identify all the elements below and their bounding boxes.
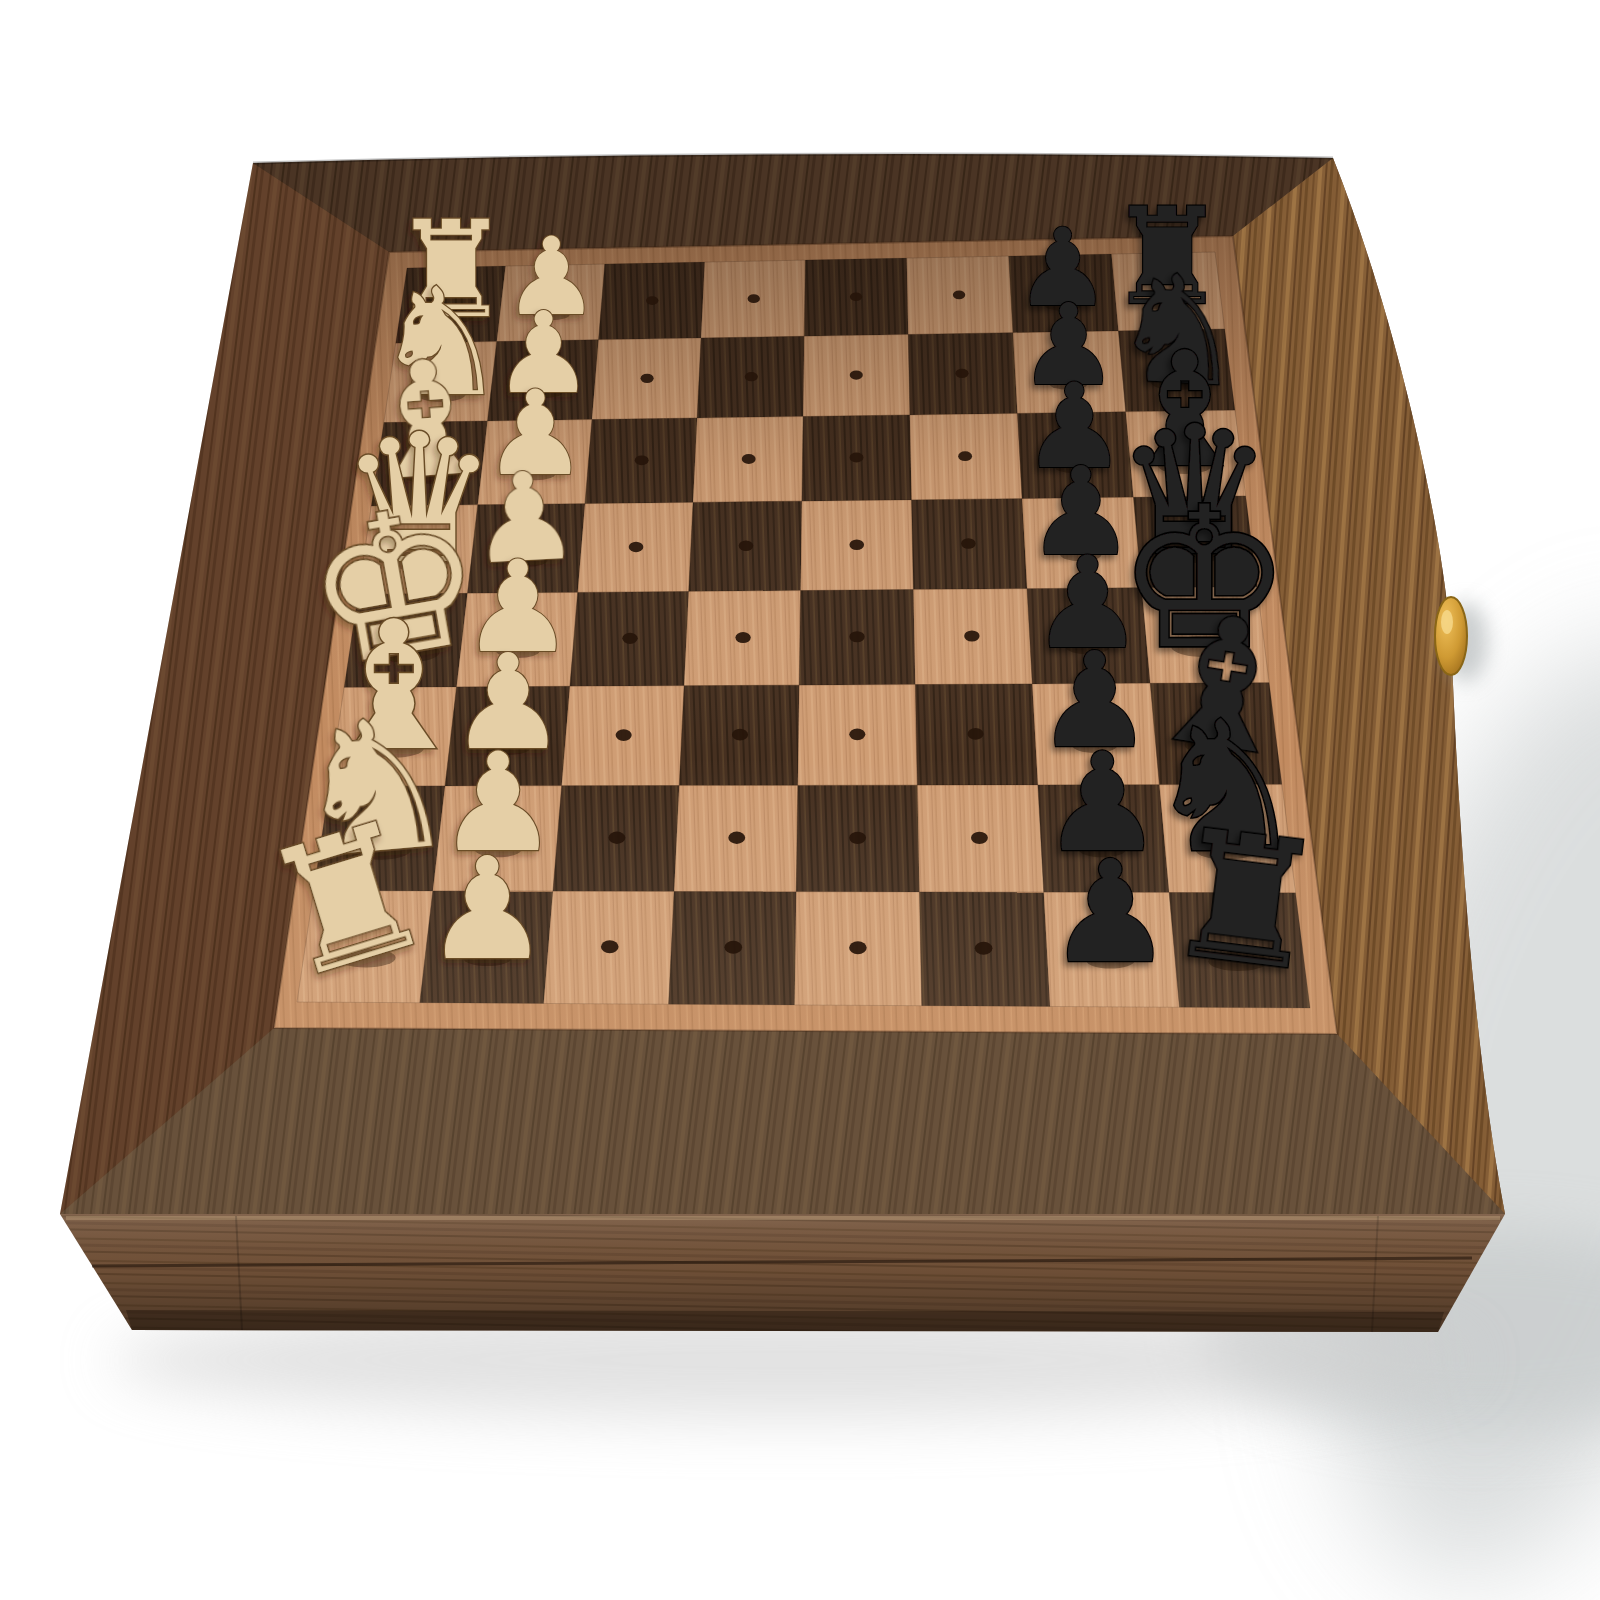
chess-piece-black-r-h8[interactable]: ♜	[1155, 790, 1336, 1012]
product-photo-stage: ♜♟♟♜♞♟♟♞♝♟♟♝♛♟♟♛♚♟♟♚♝♟♟♝♞♟♟♞♜♟♟♜	[0, 0, 1600, 1600]
peg-hole-d5	[849, 539, 864, 550]
peg-hole-c6	[958, 451, 972, 461]
travel-chess-box-scene: ♜♟♟♜♞♟♟♞♝♟♟♝♛♟♟♛♚♟♟♚♝♟♟♝♞♟♟♞♜♟♟♜	[0, 0, 1600, 1600]
peg-hole-c4	[742, 454, 756, 464]
peg-hole-h5	[849, 941, 867, 954]
chess-piece-white-p-h2[interactable]: ♟	[424, 827, 551, 991]
peg-hole-g3	[608, 832, 625, 844]
peg-hole-c3	[635, 455, 649, 465]
peg-hole-d3	[629, 542, 644, 553]
peg-hole-a5	[850, 292, 862, 301]
piece-glyph: ♜	[1155, 790, 1336, 1012]
peg-hole-g5	[849, 832, 866, 844]
frame-front-band	[60, 1028, 1505, 1214]
piece-glyph: ♟	[424, 827, 551, 991]
box-front-face	[60, 1214, 1505, 1332]
chess-piece-black-p-h7[interactable]: ♟	[1047, 830, 1174, 994]
peg-hole-b6	[955, 369, 968, 378]
peg-hole-e6	[964, 630, 979, 641]
peg-hole-f3	[616, 729, 632, 741]
peg-hole-h3	[601, 940, 619, 953]
peg-hole-h4	[724, 941, 742, 954]
peg-hole-a3	[646, 296, 658, 305]
peg-hole-f4	[732, 729, 748, 741]
peg-hole-f5	[849, 728, 865, 740]
peg-hole-e4	[735, 632, 750, 643]
peg-hole-d4	[739, 541, 754, 552]
piece-glyph: ♟	[1047, 830, 1174, 994]
peg-hole-h6	[975, 942, 993, 955]
peg-hole-f6	[967, 728, 983, 740]
peg-hole-e3	[622, 633, 637, 644]
peg-hole-g6	[971, 832, 988, 844]
peg-hole-b5	[850, 370, 863, 379]
peg-hole-b3	[641, 374, 654, 383]
peg-hole-a6	[953, 291, 965, 300]
peg-hole-g4	[728, 832, 745, 844]
peg-hole-a4	[748, 294, 760, 303]
peg-hole-c5	[850, 453, 864, 463]
chess-board: ♜♟♟♜♞♟♟♞♝♟♟♝♛♟♟♛♚♟♟♚♝♟♟♝♞♟♟♞♜♟♟♜	[243, 179, 1337, 1034]
peg-hole-e5	[849, 631, 864, 642]
peg-hole-b4	[745, 372, 758, 381]
peg-hole-d6	[961, 538, 976, 549]
